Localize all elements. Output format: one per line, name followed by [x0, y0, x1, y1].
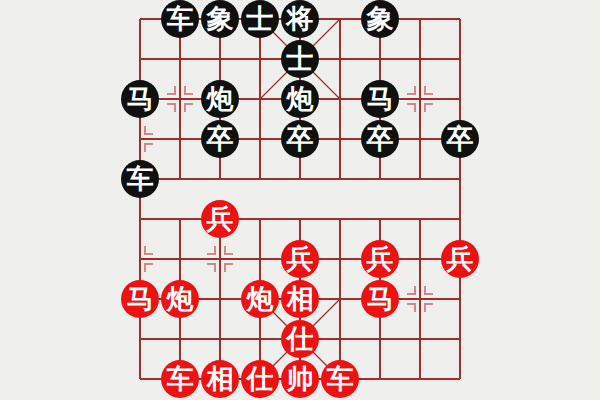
piece-black-cannon[interactable]: 炮 [281, 80, 319, 118]
piece-black-advisor[interactable]: 士 [281, 40, 319, 78]
piece-red-horse[interactable]: 马 [121, 280, 159, 318]
piece-black-cannon[interactable]: 炮 [201, 80, 239, 118]
piece-black-horse[interactable]: 马 [121, 80, 159, 118]
piece-black-elephant[interactable]: 象 [201, 0, 239, 38]
piece-red-cannon[interactable]: 炮 [161, 280, 199, 318]
piece-black-horse[interactable]: 马 [361, 80, 399, 118]
piece-black-soldier[interactable]: 卒 [361, 120, 399, 158]
piece-red-soldier[interactable]: 兵 [361, 240, 399, 278]
piece-red-chariot[interactable]: 车 [161, 360, 199, 398]
piece-black-chariot[interactable]: 车 [121, 160, 159, 198]
piece-red-horse[interactable]: 马 [361, 280, 399, 318]
piece-red-soldier[interactable]: 兵 [201, 200, 239, 238]
piece-red-elephant[interactable]: 相 [281, 280, 319, 318]
piece-red-cannon[interactable]: 炮 [241, 280, 279, 318]
piece-red-advisor[interactable]: 仕 [241, 360, 279, 398]
xiangqi-board: 车象士将象士马炮炮马卒卒卒卒车兵兵兵兵马炮炮相马仕车相仕帅车 [0, 0, 600, 400]
piece-red-general[interactable]: 帅 [281, 360, 319, 398]
piece-red-soldier[interactable]: 兵 [281, 240, 319, 278]
piece-black-general[interactable]: 将 [281, 0, 319, 38]
piece-black-chariot[interactable]: 车 [161, 0, 199, 38]
piece-black-soldier[interactable]: 卒 [441, 120, 479, 158]
piece-black-soldier[interactable]: 卒 [281, 120, 319, 158]
piece-black-elephant[interactable]: 象 [361, 0, 399, 38]
piece-red-elephant[interactable]: 相 [201, 360, 239, 398]
board-intersections[interactable]: 车象士将象士马炮炮马卒卒卒卒车兵兵兵兵马炮炮相马仕车相仕帅车 [120, 0, 480, 399]
piece-black-advisor[interactable]: 士 [241, 0, 279, 38]
piece-red-advisor[interactable]: 仕 [281, 320, 319, 358]
piece-black-soldier[interactable]: 卒 [201, 120, 239, 158]
piece-red-soldier[interactable]: 兵 [441, 240, 479, 278]
piece-red-chariot[interactable]: 车 [321, 360, 359, 398]
